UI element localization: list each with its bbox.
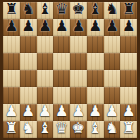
square-g1[interactable]: ♞ [104, 121, 121, 138]
square-g6[interactable] [104, 36, 121, 53]
square-c6[interactable] [37, 36, 54, 53]
black-knight: ♞ [105, 2, 118, 17]
square-h7[interactable]: ♟ [120, 19, 137, 36]
black-pawn: ♟ [72, 19, 85, 34]
square-a8[interactable]: ♜ [3, 2, 20, 19]
white-king: ♚ [72, 121, 85, 136]
black-bishop: ♝ [88, 2, 101, 17]
square-e2[interactable]: ♟ [70, 104, 87, 121]
square-g8[interactable]: ♞ [104, 2, 121, 19]
square-a2[interactable]: ♟ [3, 104, 20, 121]
square-e6[interactable] [70, 36, 87, 53]
square-f7[interactable]: ♟ [87, 19, 104, 36]
square-g5[interactable] [104, 53, 121, 70]
square-b6[interactable] [20, 36, 37, 53]
white-pawn: ♟ [88, 104, 101, 119]
black-pawn: ♟ [5, 19, 18, 34]
square-h3[interactable] [120, 87, 137, 104]
white-pawn: ♟ [122, 104, 135, 119]
square-g7[interactable]: ♟ [104, 19, 121, 36]
white-bishop: ♝ [38, 121, 51, 136]
square-g2[interactable]: ♟ [104, 104, 121, 121]
square-d7[interactable]: ♟ [53, 19, 70, 36]
white-pawn: ♟ [21, 104, 34, 119]
square-h4[interactable] [120, 70, 137, 87]
square-a6[interactable] [3, 36, 20, 53]
square-c8[interactable]: ♝ [37, 2, 54, 19]
black-pawn: ♟ [105, 19, 118, 34]
square-f6[interactable] [87, 36, 104, 53]
black-rook: ♜ [122, 2, 135, 17]
chess-board: ♜♞♝♛♚♝♞♜♟♟♟♟♟♟♟♟♟♟♟♟♟♟♟♟♜♞♝♛♚♝♞♜ [0, 0, 140, 140]
square-c1[interactable]: ♝ [37, 121, 54, 138]
square-c3[interactable] [37, 87, 54, 104]
square-h5[interactable] [120, 53, 137, 70]
square-b4[interactable] [20, 70, 37, 87]
square-d1[interactable]: ♛ [53, 121, 70, 138]
white-knight: ♞ [21, 121, 34, 136]
black-bishop: ♝ [38, 2, 51, 17]
white-rook: ♜ [122, 121, 135, 136]
white-pawn: ♟ [72, 104, 85, 119]
square-c5[interactable] [37, 53, 54, 70]
white-rook: ♜ [5, 121, 18, 136]
black-pawn: ♟ [55, 19, 68, 34]
square-f1[interactable]: ♝ [87, 121, 104, 138]
white-pawn: ♟ [105, 104, 118, 119]
black-pawn: ♟ [21, 19, 34, 34]
square-a5[interactable] [3, 53, 20, 70]
black-rook: ♜ [5, 2, 18, 17]
square-b1[interactable]: ♞ [20, 121, 37, 138]
square-a3[interactable] [3, 87, 20, 104]
square-b2[interactable]: ♟ [20, 104, 37, 121]
square-c4[interactable] [37, 70, 54, 87]
square-e7[interactable]: ♟ [70, 19, 87, 36]
chess-app-window: ♜♞♝♛♚♝♞♜♟♟♟♟♟♟♟♟♟♟♟♟♟♟♟♟♜♞♝♛♚♝♞♜ [0, 0, 140, 140]
black-pawn: ♟ [122, 19, 135, 34]
square-b5[interactable] [20, 53, 37, 70]
square-e4[interactable] [70, 70, 87, 87]
square-d5[interactable] [53, 53, 70, 70]
square-d4[interactable] [53, 70, 70, 87]
white-pawn: ♟ [38, 104, 51, 119]
white-queen: ♛ [55, 121, 68, 136]
white-pawn: ♟ [5, 104, 18, 119]
square-a1[interactable]: ♜ [3, 121, 20, 138]
square-g4[interactable] [104, 70, 121, 87]
square-e1[interactable]: ♚ [70, 121, 87, 138]
square-c2[interactable]: ♟ [37, 104, 54, 121]
white-pawn: ♟ [55, 104, 68, 119]
square-d6[interactable] [53, 36, 70, 53]
black-pawn: ♟ [88, 19, 101, 34]
square-b7[interactable]: ♟ [20, 19, 37, 36]
square-e8[interactable]: ♚ [70, 2, 87, 19]
white-knight: ♞ [105, 121, 118, 136]
square-g3[interactable] [104, 87, 121, 104]
black-queen: ♛ [55, 2, 68, 17]
square-e3[interactable] [70, 87, 87, 104]
square-c7[interactable]: ♟ [37, 19, 54, 36]
black-king: ♚ [72, 2, 85, 17]
square-f5[interactable] [87, 53, 104, 70]
square-f2[interactable]: ♟ [87, 104, 104, 121]
white-bishop: ♝ [88, 121, 101, 136]
black-knight: ♞ [21, 2, 34, 17]
square-d3[interactable] [53, 87, 70, 104]
square-a7[interactable]: ♟ [3, 19, 20, 36]
square-a4[interactable] [3, 70, 20, 87]
square-f8[interactable]: ♝ [87, 2, 104, 19]
square-h8[interactable]: ♜ [120, 2, 137, 19]
square-f3[interactable] [87, 87, 104, 104]
square-b8[interactable]: ♞ [20, 2, 37, 19]
square-h1[interactable]: ♜ [120, 121, 137, 138]
square-h2[interactable]: ♟ [120, 104, 137, 121]
square-f4[interactable] [87, 70, 104, 87]
square-b3[interactable] [20, 87, 37, 104]
black-pawn: ♟ [38, 19, 51, 34]
square-h6[interactable] [120, 36, 137, 53]
square-d2[interactable]: ♟ [53, 104, 70, 121]
square-e5[interactable] [70, 53, 87, 70]
square-d8[interactable]: ♛ [53, 2, 70, 19]
